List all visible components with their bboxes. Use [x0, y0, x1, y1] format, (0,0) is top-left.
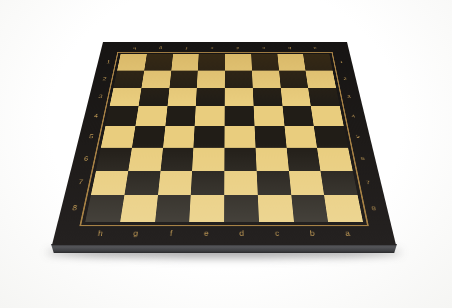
- file-label: b: [294, 222, 332, 245]
- square-f7: [158, 171, 193, 196]
- square-a5: [314, 126, 348, 147]
- square-g5: [132, 126, 165, 147]
- rank-label: 7: [353, 171, 384, 196]
- square-f3: [167, 88, 197, 107]
- square-e1: [198, 54, 225, 70]
- square-d8: [224, 195, 259, 222]
- file-label: d: [225, 42, 251, 54]
- file-label: a: [328, 222, 367, 245]
- square-d3: [225, 88, 254, 107]
- square-c5: [254, 126, 286, 147]
- square-e6: [192, 148, 224, 171]
- file-label: g: [147, 42, 174, 54]
- square-c7: [256, 171, 291, 196]
- rank-label: 8: [358, 195, 391, 222]
- square-e3: [196, 88, 225, 107]
- file-labels-top: hgfedcba: [121, 42, 330, 54]
- product-photo-stage: hgfedcba hgfedcba 12345678 12345678: [0, 0, 452, 308]
- square-g1: [144, 54, 173, 70]
- square-a4: [311, 106, 344, 126]
- rank-label: 1: [329, 54, 354, 70]
- square-c2: [252, 70, 281, 87]
- square-d2: [225, 70, 253, 87]
- square-c4: [253, 106, 284, 126]
- rank-label: 1: [96, 54, 121, 70]
- square-b3: [280, 88, 311, 107]
- rank-label: 2: [91, 70, 117, 87]
- square-h4: [105, 106, 138, 126]
- file-label: c: [250, 42, 277, 54]
- square-b2: [279, 70, 309, 87]
- square-e8: [189, 195, 224, 222]
- square-g4: [135, 106, 167, 126]
- file-label: a: [301, 42, 329, 54]
- square-c3: [253, 88, 283, 107]
- rank-label: 8: [58, 195, 91, 222]
- rank-label: 2: [333, 70, 358, 87]
- square-f5: [163, 126, 195, 147]
- square-h2: [113, 70, 144, 87]
- square-a2: [306, 70, 336, 87]
- square-g3: [138, 88, 169, 107]
- square-d7: [224, 171, 257, 196]
- square-d5: [224, 126, 255, 147]
- file-label: d: [224, 222, 260, 245]
- square-h1: [117, 54, 147, 70]
- square-e4: [195, 106, 225, 126]
- square-f8: [155, 195, 191, 222]
- square-b8: [291, 195, 328, 222]
- square-f6: [160, 148, 193, 171]
- rank-label: 7: [64, 171, 96, 196]
- square-a1: [303, 54, 332, 70]
- square-f4: [165, 106, 196, 126]
- rank-label: 4: [340, 106, 368, 126]
- square-g2: [141, 70, 171, 87]
- file-label: e: [188, 222, 224, 245]
- board-edge-thickness: [51, 244, 397, 253]
- square-g7: [124, 171, 160, 196]
- square-g6: [128, 148, 163, 171]
- file-label: f: [173, 42, 200, 54]
- square-h7: [91, 171, 128, 196]
- rank-label: 4: [82, 106, 110, 126]
- file-label: h: [80, 222, 120, 245]
- file-label: e: [199, 42, 225, 54]
- rank-label: 3: [87, 88, 114, 107]
- square-c1: [251, 54, 279, 70]
- square-a3: [308, 88, 340, 107]
- rank-label: 6: [348, 148, 378, 171]
- square-h8: [85, 195, 124, 222]
- square-e5: [194, 126, 225, 147]
- square-h5: [101, 126, 135, 147]
- file-label: f: [152, 222, 189, 245]
- playing-area: [85, 54, 363, 222]
- file-label: h: [121, 42, 149, 54]
- square-d6: [224, 148, 256, 171]
- file-label: g: [116, 222, 154, 245]
- square-d4: [225, 106, 255, 126]
- rank-label: 5: [76, 126, 105, 147]
- square-c8: [258, 195, 294, 222]
- square-b4: [282, 106, 314, 126]
- square-e2: [197, 70, 225, 87]
- square-c6: [255, 148, 288, 171]
- rank-label: 6: [71, 148, 101, 171]
- square-h6: [96, 148, 132, 171]
- square-a6: [317, 148, 353, 171]
- file-labels-bottom: hgfedcba: [80, 222, 367, 245]
- square-b7: [289, 171, 325, 196]
- rank-label: 3: [336, 88, 362, 107]
- square-e7: [191, 171, 224, 196]
- rank-label: 5: [344, 126, 373, 147]
- chess-board: hgfedcba hgfedcba 12345678 12345678: [52, 42, 396, 245]
- square-g8: [120, 195, 158, 222]
- square-b5: [284, 126, 317, 147]
- square-f2: [169, 70, 198, 87]
- square-b1: [277, 54, 306, 70]
- file-label: b: [276, 42, 303, 54]
- square-a7: [321, 171, 358, 196]
- file-label: c: [259, 222, 296, 245]
- square-b6: [286, 148, 320, 171]
- square-a8: [324, 195, 363, 222]
- square-f1: [171, 54, 199, 70]
- square-d1: [225, 54, 252, 70]
- square-h3: [110, 88, 142, 107]
